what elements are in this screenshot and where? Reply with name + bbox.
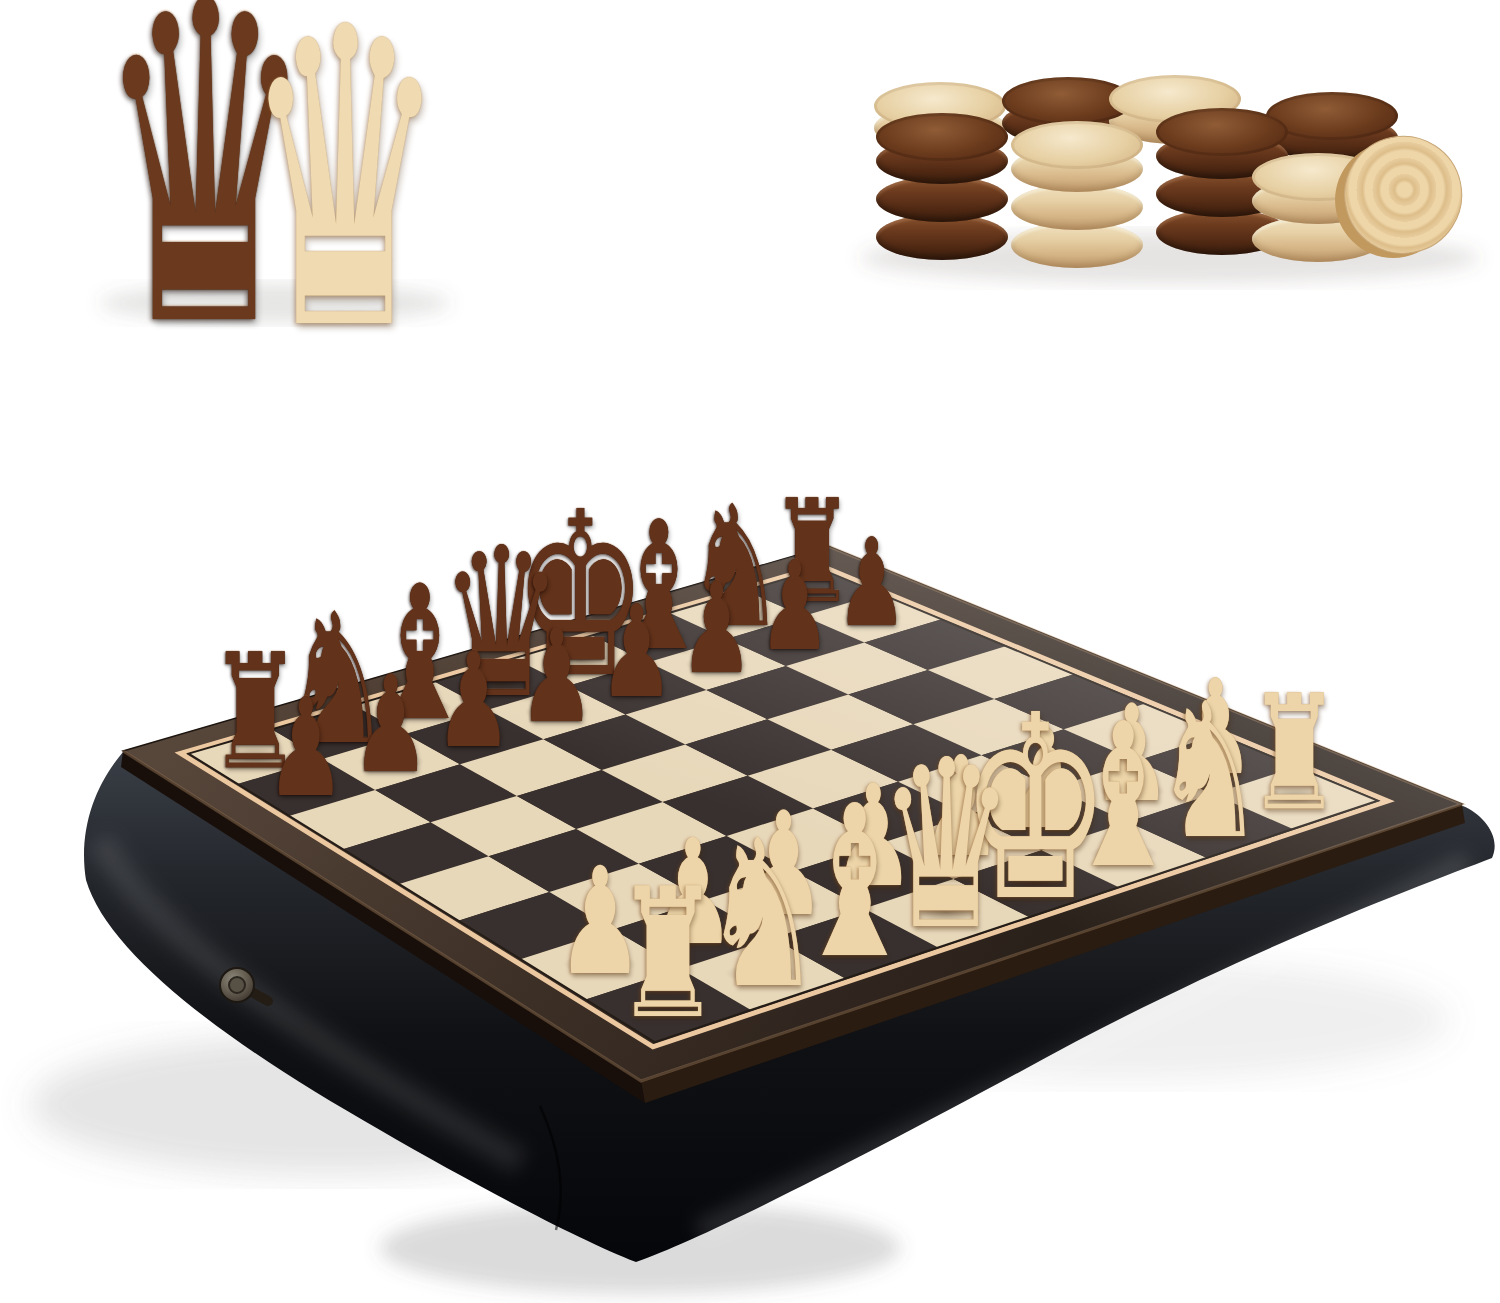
- chess-board: [0, 0, 1500, 1303]
- product-photo-scene: ♜♞♟♝♟♚♟♛♟♝♟♞♟♜♟♟♟♟♜♟♞♟♝♟♚♟♛♟♝♟♞♜ ♛♛: [0, 0, 1500, 1303]
